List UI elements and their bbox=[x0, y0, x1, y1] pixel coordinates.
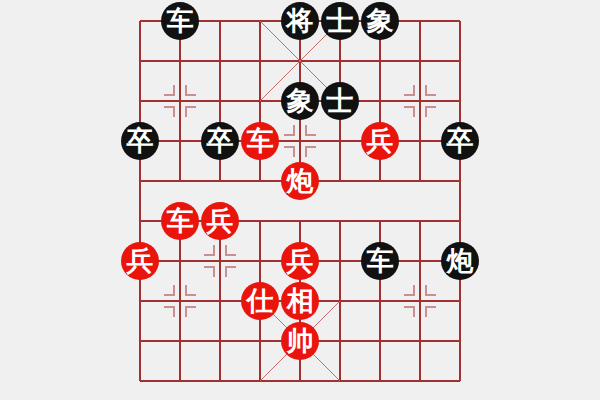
piece-red-advisor[interactable]: 仕 bbox=[241, 282, 279, 320]
piece-red-cannon[interactable]: 炮 bbox=[281, 162, 319, 200]
piece-red-soldier[interactable]: 兵 bbox=[121, 242, 159, 280]
piece-black-soldier[interactable]: 卒 bbox=[441, 122, 479, 160]
piece-black-soldier[interactable]: 卒 bbox=[121, 122, 159, 160]
piece-red-chariot[interactable]: 车 bbox=[241, 122, 279, 160]
piece-red-elephant[interactable]: 相 bbox=[281, 282, 319, 320]
piece-black-soldier[interactable]: 卒 bbox=[201, 122, 239, 160]
piece-red-general[interactable]: 帅 bbox=[281, 322, 319, 360]
piece-black-elephant[interactable]: 象 bbox=[361, 2, 399, 40]
piece-black-chariot[interactable]: 车 bbox=[361, 242, 399, 280]
piece-red-soldier[interactable]: 兵 bbox=[361, 122, 399, 160]
xiangqi-board: 车将士象象士卒卒车兵卒炮车兵兵兵车炮仕相帅 bbox=[0, 0, 600, 400]
piece-black-elephant[interactable]: 象 bbox=[281, 82, 319, 120]
piece-black-advisor[interactable]: 士 bbox=[321, 2, 359, 40]
piece-red-soldier[interactable]: 兵 bbox=[201, 202, 239, 240]
piece-black-chariot[interactable]: 车 bbox=[161, 2, 199, 40]
board-intersections-grid: 车将士象象士卒卒车兵卒炮车兵兵兵车炮仕相帅 bbox=[120, 1, 480, 400]
piece-black-cannon[interactable]: 炮 bbox=[441, 242, 479, 280]
piece-black-general[interactable]: 将 bbox=[281, 2, 319, 40]
piece-black-advisor[interactable]: 士 bbox=[321, 82, 359, 120]
piece-red-soldier[interactable]: 兵 bbox=[281, 242, 319, 280]
piece-red-chariot[interactable]: 车 bbox=[161, 202, 199, 240]
